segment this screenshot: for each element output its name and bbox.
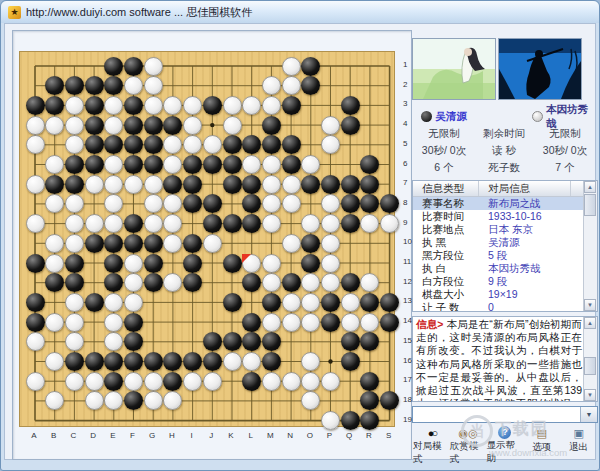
white-stone-E7 bbox=[104, 175, 123, 194]
white-stone-N1 bbox=[282, 57, 301, 76]
white-stone-P4 bbox=[321, 116, 340, 135]
black-stone-S14 bbox=[380, 313, 399, 332]
black-stone-A14 bbox=[26, 313, 45, 332]
toolbar-button-label: 显示帮助 bbox=[487, 439, 524, 465]
scroll-thumb[interactable] bbox=[584, 194, 596, 216]
black-stone-I6 bbox=[183, 155, 202, 174]
black-stone-M13 bbox=[262, 293, 281, 312]
white-stone-C13 bbox=[65, 293, 84, 312]
toolbar-button-exit[interactable]: ▣退出 bbox=[560, 426, 597, 456]
black-stone-K11 bbox=[223, 254, 242, 273]
black-stone-R7 bbox=[360, 175, 379, 194]
black-stone-Q9 bbox=[341, 214, 360, 233]
black-stone-C2 bbox=[65, 76, 84, 95]
white-stone-C4 bbox=[65, 116, 84, 135]
captured-label: 死子数 bbox=[488, 161, 520, 175]
black-stone-D16 bbox=[85, 352, 104, 371]
white-stone-M11 bbox=[262, 254, 281, 273]
black-stone-F9 bbox=[124, 214, 143, 233]
black-stone-G12 bbox=[144, 273, 163, 292]
toolbar-button-label: 选项 bbox=[532, 441, 551, 454]
col-label-B: B bbox=[47, 431, 61, 440]
scroll-down-icon[interactable]: ▼ bbox=[584, 389, 596, 401]
black-stone-P7 bbox=[321, 175, 340, 194]
white-stone-Q13 bbox=[341, 293, 360, 312]
black-stone-F6 bbox=[124, 155, 143, 174]
white-byoyomi: 30秒/ 0次 bbox=[543, 144, 587, 158]
chevron-down-icon[interactable]: ▼ bbox=[580, 407, 597, 422]
info-body: 本局是在“新布局”创始初期而走的，这时吴清源的布局风格正在有所改变。不过我认为，… bbox=[416, 318, 582, 402]
black-stone-P14 bbox=[321, 313, 340, 332]
toolbar-button-review-mode[interactable]: ◉◎欣赏模式 bbox=[450, 426, 487, 456]
black-stone-P13 bbox=[321, 293, 340, 312]
exit-icon: ▣ bbox=[573, 426, 583, 441]
black-stone-S13 bbox=[380, 293, 399, 312]
black-stone-C7 bbox=[65, 175, 84, 194]
col-label-S: S bbox=[382, 431, 396, 440]
white-stone-M6 bbox=[262, 155, 281, 174]
black-stone-N3 bbox=[282, 96, 301, 115]
black-stone-R17 bbox=[360, 372, 379, 391]
black-stone-H7 bbox=[163, 175, 182, 194]
black-stone-O10 bbox=[301, 234, 320, 253]
white-stone-N17 bbox=[282, 372, 301, 391]
white-stone-M3 bbox=[262, 96, 281, 115]
black-stone-J6 bbox=[203, 155, 222, 174]
play-mode-icon: ●○ bbox=[428, 426, 435, 440]
white-stone-B4 bbox=[45, 116, 64, 135]
white-captured: 7 个 bbox=[555, 161, 574, 175]
col-label-P: P bbox=[323, 431, 337, 440]
white-stone-E4 bbox=[104, 116, 123, 135]
app-icon: ★ bbox=[8, 6, 21, 19]
black-stone-F14 bbox=[124, 313, 143, 332]
black-stone-C12 bbox=[65, 273, 84, 292]
black-stone-Q4 bbox=[341, 116, 360, 135]
white-stone-F17 bbox=[124, 372, 143, 391]
col-label-A: A bbox=[27, 431, 41, 440]
table-row-让 子 数[interactable]: 让 子 数0 bbox=[413, 301, 597, 312]
black-stone-G4 bbox=[144, 116, 163, 135]
white-stone-L3 bbox=[242, 96, 261, 115]
options-icon: ▤ bbox=[537, 426, 547, 441]
white-stone-M17 bbox=[262, 372, 281, 391]
col-label-Q: Q bbox=[342, 431, 356, 440]
white-stone-N10 bbox=[282, 234, 301, 253]
black-stone-F16 bbox=[124, 352, 143, 371]
black-time: 无限制 bbox=[428, 127, 460, 141]
table-row-执 黑[interactable]: 执 黑吴清源 bbox=[413, 236, 597, 249]
black-stone-N12 bbox=[282, 273, 301, 292]
white-stone-C3 bbox=[65, 96, 84, 115]
black-stone-O1 bbox=[301, 57, 320, 76]
black-stone-D6 bbox=[85, 155, 104, 174]
black-stone-A13 bbox=[26, 293, 45, 312]
black-stone-D2 bbox=[85, 76, 104, 95]
white-stone-R14 bbox=[360, 313, 379, 332]
white-stone-D7 bbox=[85, 175, 104, 194]
white-stone-G2 bbox=[144, 76, 163, 95]
table-row-白方段位[interactable]: 白方段位9 段 bbox=[413, 275, 597, 288]
black-stone-G11 bbox=[144, 254, 163, 273]
white-stone-A15 bbox=[26, 332, 45, 351]
black-stone-A11 bbox=[26, 254, 45, 273]
white-stone-G1 bbox=[144, 57, 163, 76]
black-stone-K6 bbox=[223, 155, 242, 174]
black-stone-N5 bbox=[282, 135, 301, 154]
white-stone-K3 bbox=[223, 96, 242, 115]
col-label-K: K bbox=[224, 431, 238, 440]
col-label-C: C bbox=[66, 431, 80, 440]
white-stone-C9 bbox=[65, 214, 84, 233]
white-stone-G3 bbox=[144, 96, 163, 115]
white-stone-A7 bbox=[26, 175, 45, 194]
black-stone-D13 bbox=[85, 293, 104, 312]
black-stone-Q3 bbox=[341, 96, 360, 115]
col-label-N: N bbox=[283, 431, 297, 440]
black-stone-M16 bbox=[262, 352, 281, 371]
table-row-赛事名称[interactable]: 赛事名称新布局之战 bbox=[413, 197, 597, 210]
toolbar-button-label: 欣赏模式 bbox=[450, 440, 487, 466]
black-stone-O11 bbox=[301, 254, 320, 273]
black-stone-F4 bbox=[124, 116, 143, 135]
black-stone-Q8 bbox=[341, 194, 360, 213]
black-stone-Q19 bbox=[341, 411, 360, 430]
move-select-combo[interactable]: ▼ bbox=[412, 406, 598, 423]
col-label-L: L bbox=[244, 431, 258, 440]
client-area: ABCDEFGHIJKLMNOPQRS 12345678910111213141… bbox=[4, 23, 596, 460]
bottom-toolbar: ●○对局模式◉◎欣赏模式?显示帮助▤选项▣退出 bbox=[412, 426, 598, 456]
white-stone-I4 bbox=[183, 116, 202, 135]
table-row-比赛地点[interactable]: 比赛地点日本 东京 bbox=[413, 223, 597, 236]
white-stone-G9 bbox=[144, 214, 163, 233]
board-panel: ABCDEFGHIJKLMNOPQRS 12345678910111213141… bbox=[12, 30, 412, 460]
white-stone-K16 bbox=[223, 352, 242, 371]
black-stone-G10 bbox=[144, 234, 163, 253]
table-header: 信息类型 对局信息 bbox=[413, 181, 597, 197]
white-stone-S9 bbox=[380, 214, 399, 233]
white-stone-F7 bbox=[124, 175, 143, 194]
white-stone-J10 bbox=[203, 234, 222, 253]
table-row-黑方段位[interactable]: 黑方段位5 段 bbox=[413, 249, 597, 262]
scroll-up-icon[interactable]: ▲ bbox=[584, 317, 596, 329]
black-stone-S18 bbox=[380, 391, 399, 410]
white-stone-G17 bbox=[144, 372, 163, 391]
scroll-down-icon[interactable]: ▼ bbox=[584, 299, 596, 311]
white-stone-E14 bbox=[104, 313, 123, 332]
commentary-scrollbar[interactable]: ▲ ▼ bbox=[583, 317, 597, 401]
black-stone-I16 bbox=[183, 352, 202, 371]
white-stone-A5 bbox=[26, 135, 45, 154]
black-stone-B7 bbox=[45, 175, 64, 194]
info-prefix: 信息> bbox=[416, 318, 444, 330]
white-stone-A9 bbox=[26, 214, 45, 233]
white-stone-I3 bbox=[183, 96, 202, 115]
black-stone-I10 bbox=[183, 234, 202, 253]
white-stone-M2 bbox=[262, 76, 281, 95]
white-time: 无限制 bbox=[549, 127, 581, 141]
black-stone-Q16 bbox=[341, 352, 360, 371]
black-byoyomi: 30秒/ 0次 bbox=[422, 144, 466, 158]
black-stone-J15 bbox=[203, 332, 222, 351]
black-stone-G5 bbox=[144, 135, 163, 154]
white-stone-B11 bbox=[45, 254, 64, 273]
white-stone-O17 bbox=[301, 372, 320, 391]
app-window: ★ http://www.duiyi.com software ... 思佳围棋… bbox=[0, 0, 600, 471]
black-stone-H4 bbox=[163, 116, 182, 135]
col-label-F: F bbox=[126, 431, 140, 440]
col-label-M: M bbox=[263, 431, 277, 440]
last-move-marker bbox=[242, 254, 251, 263]
white-stone-N8 bbox=[282, 194, 301, 213]
white-stone-F13 bbox=[124, 293, 143, 312]
black-stone-D5 bbox=[85, 135, 104, 154]
white-stone-N13 bbox=[282, 293, 301, 312]
col-label-E: E bbox=[106, 431, 120, 440]
white-stone-N2 bbox=[282, 76, 301, 95]
col-label-R: R bbox=[362, 431, 376, 440]
window-titlebar[interactable]: ★ http://www.duiyi.com software ... 思佳围棋… bbox=[1, 1, 599, 23]
table-row-执 白[interactable]: 执 白本因坊秀哉 bbox=[413, 262, 597, 275]
white-stone-M12 bbox=[262, 273, 281, 292]
review-mode-icon: ◉◎ bbox=[459, 426, 478, 440]
table-row-棋盘大小[interactable]: 棋盘大小19×19 bbox=[413, 288, 597, 301]
white-stone-G7 bbox=[144, 175, 163, 194]
black-stone-F1 bbox=[124, 57, 143, 76]
black-stone-A3 bbox=[26, 96, 45, 115]
black-stone-J3 bbox=[203, 96, 222, 115]
toolbar-button-play-mode[interactable]: ●○对局模式 bbox=[413, 426, 450, 456]
black-stone-J16 bbox=[203, 352, 222, 371]
black-stone-S8 bbox=[380, 194, 399, 213]
white-stone-A4 bbox=[26, 116, 45, 135]
white-stone-K4 bbox=[223, 116, 242, 135]
black-stone-C16 bbox=[65, 352, 84, 371]
white-stone-M9 bbox=[262, 214, 281, 233]
black-stone-B3 bbox=[45, 96, 64, 115]
byoyomi-label: 读 秒 bbox=[492, 144, 516, 158]
white-stone-A17 bbox=[26, 372, 45, 391]
black-stone-Q12 bbox=[341, 273, 360, 292]
black-stone-Q15 bbox=[341, 332, 360, 351]
white-stone-I17 bbox=[183, 372, 202, 391]
white-stone-J5 bbox=[203, 135, 222, 154]
black-stone-E1 bbox=[104, 57, 123, 76]
white-stone-B10 bbox=[45, 234, 64, 253]
white-stone-M14 bbox=[262, 313, 281, 332]
white-player-photo bbox=[498, 38, 582, 100]
scroll-up-icon[interactable]: ▲ bbox=[584, 181, 596, 193]
black-stone-K7 bbox=[223, 175, 242, 194]
black-stone-R19 bbox=[360, 411, 379, 430]
black-stone-E17 bbox=[104, 372, 123, 391]
col-label-H: H bbox=[165, 431, 179, 440]
black-stone-E11 bbox=[104, 254, 123, 273]
black-stone-D3 bbox=[85, 96, 104, 115]
help-icon: ? bbox=[498, 426, 511, 439]
black-stone-L17 bbox=[242, 372, 261, 391]
white-stone-N14 bbox=[282, 313, 301, 332]
side-panel: 吴清源 本因坊秀哉 无限制 剩余时间 无限制 30秒/ 0次 读 秒 30秒/ … bbox=[412, 30, 598, 458]
white-stone-P19 bbox=[321, 411, 340, 430]
black-stone-H17 bbox=[163, 372, 182, 391]
white-stone-B14 bbox=[45, 313, 64, 332]
white-stone-G18 bbox=[144, 391, 163, 410]
black-stone-C11 bbox=[65, 254, 84, 273]
white-stone-P10 bbox=[321, 234, 340, 253]
black-stone-F10 bbox=[124, 234, 143, 253]
black-stone-E10 bbox=[104, 234, 123, 253]
window-title: http://www.duiyi.com software ... 思佳围棋软件 bbox=[26, 5, 252, 20]
toolbar-button-options[interactable]: ▤选项 bbox=[523, 426, 560, 456]
black-stone-K9 bbox=[223, 214, 242, 233]
black-stone-Q7 bbox=[341, 175, 360, 194]
table-row-比赛时间[interactable]: 比赛时间1933-10-16 bbox=[413, 210, 597, 223]
black-stone-D10 bbox=[85, 234, 104, 253]
white-stone-D9 bbox=[85, 214, 104, 233]
white-stone-J17 bbox=[203, 372, 222, 391]
col-label-G: G bbox=[145, 431, 159, 440]
black-stone-N6 bbox=[282, 155, 301, 174]
white-stone-Q14 bbox=[341, 313, 360, 332]
white-stone-icon bbox=[532, 111, 543, 122]
black-stone-G16 bbox=[144, 352, 163, 371]
black-player-photo bbox=[412, 38, 496, 100]
black-stone-I7 bbox=[183, 175, 202, 194]
black-stone-K5 bbox=[223, 135, 242, 154]
black-stone-L14 bbox=[242, 313, 261, 332]
black-stone-I11 bbox=[183, 254, 202, 273]
goban[interactable] bbox=[19, 51, 395, 427]
toolbar-button-label: 退出 bbox=[569, 441, 588, 454]
white-stone-F11 bbox=[124, 254, 143, 273]
black-captured: 6 个 bbox=[434, 161, 453, 175]
white-stone-G8 bbox=[144, 194, 163, 213]
black-stone-icon bbox=[421, 111, 432, 122]
table-scrollbar[interactable]: ▲ ▼ bbox=[583, 181, 597, 311]
black-player: 吴清源 bbox=[421, 110, 467, 124]
scroll-thumb[interactable] bbox=[584, 357, 596, 375]
black-stone-K15 bbox=[223, 332, 242, 351]
white-stone-P11 bbox=[321, 254, 340, 273]
white-stone-C17 bbox=[65, 372, 84, 391]
white-stone-D18 bbox=[85, 391, 104, 410]
col-label-D: D bbox=[86, 431, 100, 440]
white-stone-D17 bbox=[85, 372, 104, 391]
time-label: 剩余时间 bbox=[483, 127, 525, 141]
white-stone-C10 bbox=[65, 234, 84, 253]
black-stone-M4 bbox=[262, 116, 281, 135]
white-stone-P17 bbox=[321, 372, 340, 391]
toolbar-button-help[interactable]: ?显示帮助 bbox=[487, 426, 524, 456]
white-stone-O14 bbox=[301, 313, 320, 332]
black-stone-D4 bbox=[85, 116, 104, 135]
white-stone-C14 bbox=[65, 313, 84, 332]
player-info-panel: 吴清源 本因坊秀哉 无限制 剩余时间 无限制 30秒/ 0次 读 秒 30秒/ … bbox=[412, 108, 598, 178]
black-stone-C6 bbox=[65, 155, 84, 174]
black-player-name: 吴清源 bbox=[435, 110, 467, 124]
white-stone-M7 bbox=[262, 175, 281, 194]
commentary-box[interactable]: 信息> 本局是在“新布局”创始初期而走的，这时吴清源的布局风格正在有所改变。不过… bbox=[412, 316, 598, 402]
commentary-text: 信息> 本局是在“新布局”创始初期而走的，这时吴清源的布局风格正在有所改变。不过… bbox=[416, 318, 582, 402]
col-label-I: I bbox=[185, 431, 199, 440]
black-stone-O7 bbox=[301, 175, 320, 194]
black-stone-L7 bbox=[242, 175, 261, 194]
white-stone-P9 bbox=[321, 214, 340, 233]
black-stone-F3 bbox=[124, 96, 143, 115]
col-label-O: O bbox=[303, 431, 317, 440]
black-stone-J9 bbox=[203, 214, 222, 233]
toolbar-button-label: 对局模式 bbox=[413, 440, 450, 466]
col-label-J: J bbox=[204, 431, 218, 440]
black-stone-K13 bbox=[223, 293, 242, 312]
white-stone-N7 bbox=[282, 175, 301, 194]
game-info-table: 信息类型 对局信息 赛事名称新布局之战比赛时间1933-10-16比赛地点日本 … bbox=[412, 180, 598, 312]
black-stone-G6 bbox=[144, 155, 163, 174]
